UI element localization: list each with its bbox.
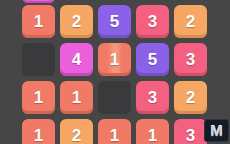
tile-3[interactable]: 3 <box>136 5 169 38</box>
game-board: 125324153113212113 <box>0 0 230 144</box>
tile-5[interactable]: 5 <box>98 5 131 38</box>
tile-2[interactable]: 2 <box>174 81 207 114</box>
tile-3[interactable]: 3 <box>174 119 207 144</box>
board-cell <box>22 43 55 76</box>
game-screen: 125324153113212113 M <box>0 0 230 144</box>
tile-2[interactable]: 2 <box>174 5 207 38</box>
tile-5[interactable]: 5 <box>136 43 169 76</box>
tile-2[interactable]: 2 <box>60 119 93 144</box>
tile-1[interactable]: 1 <box>98 119 131 144</box>
partial-tile-above-board <box>22 0 55 3</box>
tile-2[interactable]: 2 <box>60 5 93 38</box>
tile-1[interactable]: 1 <box>136 119 169 144</box>
tile-1[interactable]: 1 <box>60 81 93 114</box>
m-logo-icon: M <box>210 123 223 138</box>
tile-3[interactable]: 3 <box>174 43 207 76</box>
tile-1[interactable]: 1 <box>98 43 131 76</box>
tile-4[interactable]: 4 <box>60 43 93 76</box>
tile-1[interactable]: 1 <box>22 81 55 114</box>
board-cell <box>98 81 131 114</box>
miniplay-watermark[interactable]: M <box>204 119 229 142</box>
tile-3[interactable]: 3 <box>136 81 169 114</box>
tile-1[interactable]: 1 <box>22 5 55 38</box>
tile-1[interactable]: 1 <box>22 119 55 144</box>
